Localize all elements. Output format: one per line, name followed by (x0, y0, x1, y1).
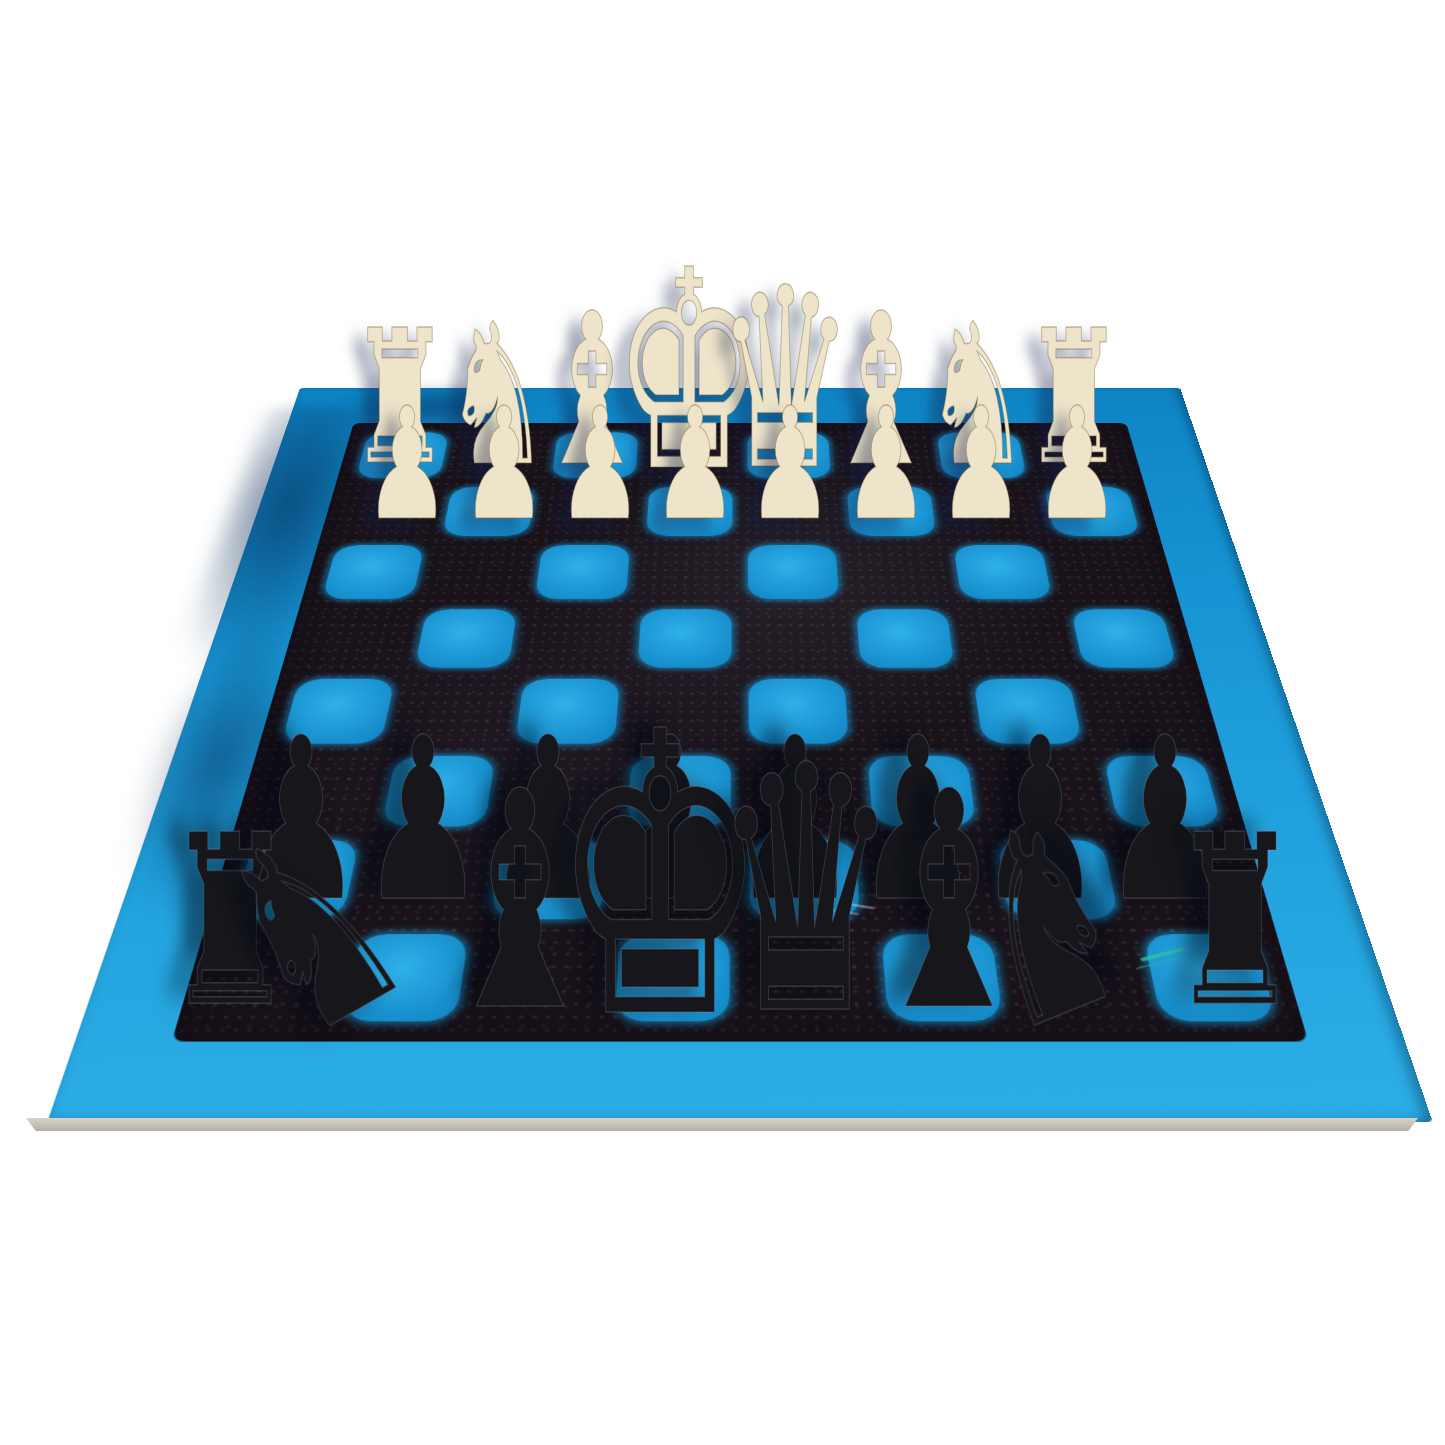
chess-set-photo: ♜♞♝♚♛♝♞♜ ♟♟♟♟♟♟♟♟ ♟♟♟♟♟♟♟♟ ♜♞♝♚♛♝♞♜ (0, 0, 1445, 1445)
white-pawn-g2: ♟ (461, 387, 547, 542)
white-pawn-c2: ♟ (843, 387, 929, 542)
square-h4 (292, 604, 419, 673)
white-pawn-d2: ♟ (747, 387, 833, 542)
white-pawn-a2: ♟ (1033, 387, 1119, 542)
square-c4 (847, 604, 964, 673)
square-a4 (1061, 604, 1188, 673)
white-pawn-h2: ♟ (364, 387, 450, 542)
square-g4 (404, 604, 526, 673)
board-edge (26, 1118, 1418, 1131)
black-rook-a8: ♜ (1170, 804, 1301, 1039)
white-pawn-e2: ♟ (652, 387, 738, 542)
white-pawn-f2: ♟ (557, 387, 643, 542)
square-b4 (954, 604, 1076, 673)
white-pawn-b2: ♟ (938, 387, 1024, 542)
